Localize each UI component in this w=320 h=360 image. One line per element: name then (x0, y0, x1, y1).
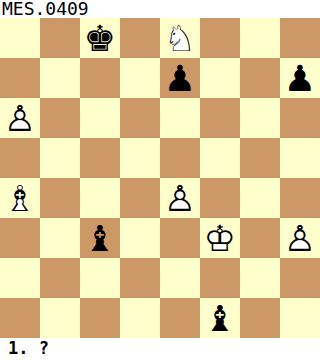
square-e1[interactable] (160, 298, 200, 338)
square-c7[interactable] (80, 58, 120, 98)
square-b3[interactable] (40, 218, 80, 258)
square-h3[interactable]: ♟♙ (280, 218, 320, 258)
square-d5[interactable] (120, 138, 160, 178)
square-a1[interactable] (0, 298, 40, 338)
square-d8[interactable] (120, 18, 160, 58)
chess-board: ♚♞♘♟♟♟♙♝♗♟♙♝♚♔♟♙♝ (0, 18, 320, 338)
square-h8[interactable] (280, 18, 320, 58)
white-bishop-fill: ♝ (0, 178, 40, 218)
square-f1[interactable]: ♝ (200, 298, 240, 338)
square-a4[interactable]: ♝♗ (0, 178, 40, 218)
square-g3[interactable] (240, 218, 280, 258)
square-d3[interactable] (120, 218, 160, 258)
square-f4[interactable] (200, 178, 240, 218)
square-h7[interactable]: ♟ (280, 58, 320, 98)
black-bishop: ♝ (80, 218, 120, 258)
chess-puzzle-app: { "game": "chess", "position": "2k1N3/4p… (0, 0, 320, 360)
black-pawn: ♟ (280, 58, 320, 98)
square-d7[interactable] (120, 58, 160, 98)
square-f5[interactable] (200, 138, 240, 178)
square-e2[interactable] (160, 258, 200, 298)
black-pawn: ♟ (160, 58, 200, 98)
white-knight: ♘ (160, 18, 200, 58)
square-b6[interactable] (40, 98, 80, 138)
white-pawn-fill: ♟ (280, 218, 320, 258)
square-d4[interactable] (120, 178, 160, 218)
square-e5[interactable] (160, 138, 200, 178)
black-bishop: ♝ (200, 298, 240, 338)
square-c1[interactable] (80, 298, 120, 338)
square-e7[interactable]: ♟ (160, 58, 200, 98)
square-b5[interactable] (40, 138, 80, 178)
square-f8[interactable] (200, 18, 240, 58)
square-f3[interactable]: ♚♔ (200, 218, 240, 258)
square-f2[interactable] (200, 258, 240, 298)
square-d2[interactable] (120, 258, 160, 298)
white-pawn-fill: ♟ (0, 98, 40, 138)
square-d6[interactable] (120, 98, 160, 138)
square-b1[interactable] (40, 298, 80, 338)
white-bishop: ♗ (0, 178, 40, 218)
square-b4[interactable] (40, 178, 80, 218)
move-prompt: 1. ? (8, 339, 49, 358)
square-g5[interactable] (240, 138, 280, 178)
square-d1[interactable] (120, 298, 160, 338)
square-g4[interactable] (240, 178, 280, 218)
white-pawn-fill: ♟ (160, 178, 200, 218)
square-g7[interactable] (240, 58, 280, 98)
square-a2[interactable] (0, 258, 40, 298)
puzzle-id: MES.0409 (2, 0, 89, 17)
square-c4[interactable] (80, 178, 120, 218)
square-c3[interactable]: ♝ (80, 218, 120, 258)
square-c2[interactable] (80, 258, 120, 298)
square-g6[interactable] (240, 98, 280, 138)
square-e8[interactable]: ♞♘ (160, 18, 200, 58)
square-a5[interactable] (0, 138, 40, 178)
black-king: ♚ (80, 18, 120, 58)
square-e6[interactable] (160, 98, 200, 138)
white-pawn: ♙ (280, 218, 320, 258)
square-a8[interactable] (0, 18, 40, 58)
white-pawn: ♙ (0, 98, 40, 138)
white-king-fill: ♚ (200, 218, 240, 258)
square-a6[interactable]: ♟♙ (0, 98, 40, 138)
square-b2[interactable] (40, 258, 80, 298)
square-e3[interactable] (160, 218, 200, 258)
square-e4[interactable]: ♟♙ (160, 178, 200, 218)
white-knight-fill: ♞ (160, 18, 200, 58)
square-f7[interactable] (200, 58, 240, 98)
white-pawn: ♙ (160, 178, 200, 218)
square-b7[interactable] (40, 58, 80, 98)
square-a3[interactable] (0, 218, 40, 258)
square-h6[interactable] (280, 98, 320, 138)
square-b8[interactable] (40, 18, 80, 58)
square-g1[interactable] (240, 298, 280, 338)
square-h2[interactable] (280, 258, 320, 298)
square-h4[interactable] (280, 178, 320, 218)
square-f6[interactable] (200, 98, 240, 138)
square-a7[interactable] (0, 58, 40, 98)
square-g8[interactable] (240, 18, 280, 58)
square-c5[interactable] (80, 138, 120, 178)
square-c6[interactable] (80, 98, 120, 138)
square-c8[interactable]: ♚ (80, 18, 120, 58)
square-h5[interactable] (280, 138, 320, 178)
square-h1[interactable] (280, 298, 320, 338)
white-king: ♔ (200, 218, 240, 258)
square-g2[interactable] (240, 258, 280, 298)
